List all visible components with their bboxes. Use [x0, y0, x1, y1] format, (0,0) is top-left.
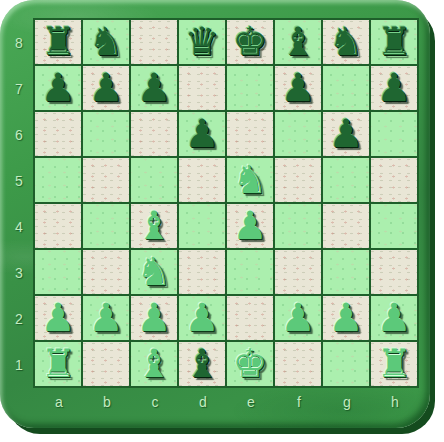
square-a7[interactable]: ♟	[35, 66, 81, 110]
square-g8[interactable]: ♞	[323, 20, 369, 64]
square-e6[interactable]	[227, 112, 273, 156]
file-label-g: g	[323, 391, 371, 413]
square-c3[interactable]: ♞	[131, 250, 177, 294]
square-d8[interactable]: ♛	[179, 20, 225, 64]
square-h5[interactable]	[371, 158, 417, 202]
square-g1[interactable]	[323, 342, 369, 386]
square-h6[interactable]	[371, 112, 417, 156]
black-pawn[interactable]: ♟	[41, 68, 76, 107]
square-a1[interactable]: ♜	[35, 342, 81, 386]
black-knight[interactable]: ♞	[329, 22, 364, 61]
white-pawn[interactable]: ♟	[137, 298, 172, 337]
black-pawn[interactable]: ♟	[185, 114, 220, 153]
rank-label-8: 8	[9, 20, 29, 66]
square-g2[interactable]: ♟	[323, 296, 369, 340]
square-g6[interactable]: ♟	[323, 112, 369, 156]
square-e5[interactable]: ♞	[227, 158, 273, 202]
white-rook[interactable]: ♜	[41, 344, 76, 383]
black-knight[interactable]: ♞	[89, 22, 124, 61]
square-h2[interactable]: ♟	[371, 296, 417, 340]
square-g7[interactable]	[323, 66, 369, 110]
black-bishop[interactable]: ♝	[281, 22, 316, 61]
rank-label-3: 3	[9, 250, 29, 296]
square-c1[interactable]: ♝	[131, 342, 177, 386]
white-pawn[interactable]: ♟	[185, 298, 220, 337]
square-f7[interactable]: ♟	[275, 66, 321, 110]
square-b5[interactable]	[83, 158, 129, 202]
chess-board[interactable]: ♜♞♛♚♝♞♜♟♟♟♟♟♟♟♞♝♟♞♟♟♟♟♟♟♟♜♝♝♚♜	[33, 18, 419, 388]
black-queen[interactable]: ♛	[185, 22, 220, 61]
square-g4[interactable]	[323, 204, 369, 248]
white-bishop[interactable]: ♝	[137, 206, 172, 245]
square-f5[interactable]	[275, 158, 321, 202]
square-e7[interactable]	[227, 66, 273, 110]
file-labels: abcdefgh	[35, 391, 419, 413]
square-f4[interactable]	[275, 204, 321, 248]
white-knight[interactable]: ♞	[137, 252, 172, 291]
square-a8[interactable]: ♜	[35, 20, 81, 64]
square-d5[interactable]	[179, 158, 225, 202]
square-d1[interactable]: ♝	[179, 342, 225, 386]
square-f6[interactable]	[275, 112, 321, 156]
square-a5[interactable]	[35, 158, 81, 202]
white-knight[interactable]: ♞	[233, 160, 268, 199]
file-label-f: f	[275, 391, 323, 413]
square-e2[interactable]	[227, 296, 273, 340]
square-h1[interactable]: ♜	[371, 342, 417, 386]
white-pawn[interactable]: ♟	[89, 298, 124, 337]
square-c4[interactable]: ♝	[131, 204, 177, 248]
square-c7[interactable]: ♟	[131, 66, 177, 110]
square-e8[interactable]: ♚	[227, 20, 273, 64]
square-d7[interactable]	[179, 66, 225, 110]
rank-label-4: 4	[9, 204, 29, 250]
black-rook[interactable]: ♜	[377, 22, 412, 61]
rank-label-5: 5	[9, 158, 29, 204]
file-label-e: e	[227, 391, 275, 413]
square-a4[interactable]	[35, 204, 81, 248]
square-g3[interactable]	[323, 250, 369, 294]
white-pawn[interactable]: ♟	[377, 298, 412, 337]
square-h4[interactable]	[371, 204, 417, 248]
black-bishop[interactable]: ♝	[185, 344, 220, 383]
square-d3[interactable]	[179, 250, 225, 294]
square-f3[interactable]	[275, 250, 321, 294]
file-label-c: c	[131, 391, 179, 413]
rank-label-6: 6	[9, 112, 29, 158]
white-pawn[interactable]: ♟	[329, 298, 364, 337]
square-h8[interactable]: ♜	[371, 20, 417, 64]
white-rook[interactable]: ♜	[377, 344, 412, 383]
square-b2[interactable]: ♟	[83, 296, 129, 340]
square-a3[interactable]	[35, 250, 81, 294]
square-f1[interactable]	[275, 342, 321, 386]
square-b3[interactable]	[83, 250, 129, 294]
rank-label-7: 7	[9, 66, 29, 112]
black-pawn[interactable]: ♟	[281, 68, 316, 107]
black-pawn[interactable]: ♟	[89, 68, 124, 107]
file-label-h: h	[371, 391, 419, 413]
square-b7[interactable]: ♟	[83, 66, 129, 110]
square-h7[interactable]: ♟	[371, 66, 417, 110]
white-pawn[interactable]: ♟	[41, 298, 76, 337]
file-label-d: d	[179, 391, 227, 413]
white-pawn[interactable]: ♟	[281, 298, 316, 337]
square-a6[interactable]	[35, 112, 81, 156]
black-pawn[interactable]: ♟	[137, 68, 172, 107]
square-f8[interactable]: ♝	[275, 20, 321, 64]
black-king[interactable]: ♚	[233, 22, 268, 61]
square-c2[interactable]: ♟	[131, 296, 177, 340]
white-pawn[interactable]: ♟	[233, 206, 268, 245]
square-d6[interactable]: ♟	[179, 112, 225, 156]
square-d2[interactable]: ♟	[179, 296, 225, 340]
rank-label-2: 2	[9, 296, 29, 342]
black-pawn[interactable]: ♟	[377, 68, 412, 107]
square-g5[interactable]	[323, 158, 369, 202]
square-b6[interactable]	[83, 112, 129, 156]
rank-labels: 87654321	[9, 20, 29, 388]
white-bishop[interactable]: ♝	[137, 344, 172, 383]
square-e3[interactable]	[227, 250, 273, 294]
black-pawn[interactable]: ♟	[329, 114, 364, 153]
square-b1[interactable]	[83, 342, 129, 386]
file-label-a: a	[35, 391, 83, 413]
square-e4[interactable]: ♟	[227, 204, 273, 248]
square-e1[interactable]: ♚	[227, 342, 273, 386]
square-a2[interactable]: ♟	[35, 296, 81, 340]
square-c5[interactable]	[131, 158, 177, 202]
file-label-b: b	[83, 391, 131, 413]
square-h3[interactable]	[371, 250, 417, 294]
black-rook[interactable]: ♜	[41, 22, 76, 61]
square-b8[interactable]: ♞	[83, 20, 129, 64]
square-f2[interactable]: ♟	[275, 296, 321, 340]
square-d4[interactable]	[179, 204, 225, 248]
square-b4[interactable]	[83, 204, 129, 248]
square-c6[interactable]	[131, 112, 177, 156]
white-king[interactable]: ♚	[233, 344, 268, 383]
rank-label-1: 1	[9, 342, 29, 388]
square-c8[interactable]	[131, 20, 177, 64]
